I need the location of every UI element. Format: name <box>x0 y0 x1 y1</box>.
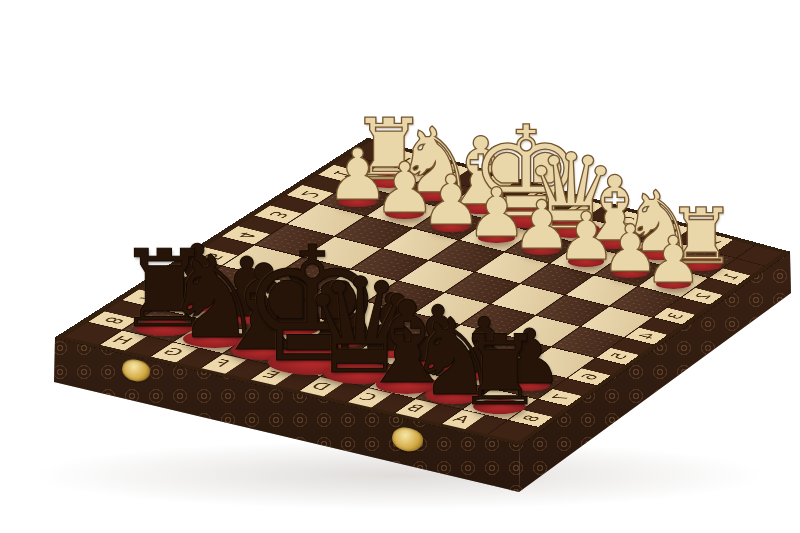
coordinate-label: B <box>403 403 427 414</box>
coordinate-label: 7 <box>548 393 572 402</box>
coordinate-label: G <box>436 167 461 178</box>
coordinate-label: 2 <box>297 189 323 199</box>
coordinate-label: 5 <box>200 251 227 261</box>
coordinate-label: 3 <box>265 210 291 220</box>
coordinate-label: 2 <box>691 292 714 301</box>
coordinate-label: E <box>259 369 283 380</box>
chess-set-photo: HGFEDCBA8877665544332211HGFEDCBA ♜♞♟♝♟♚♟… <box>0 0 800 533</box>
coordinate-label: B <box>659 226 681 236</box>
coordinate-label: H <box>109 335 136 347</box>
coordinate-label: 8 <box>100 316 127 326</box>
coordinate-label: A <box>702 238 723 248</box>
coordinate-label: 6 <box>578 372 602 381</box>
coordinate-label: 5 <box>607 352 630 361</box>
coordinate-label: G <box>160 346 187 358</box>
coordinate-label: 1 <box>719 272 741 281</box>
coordinate-label: D <box>572 203 596 214</box>
coordinate-label: 7 <box>134 294 161 304</box>
coordinate-label: 4 <box>233 230 259 240</box>
coordinate-label: E <box>527 191 549 201</box>
coordinate-label: 8 <box>519 414 543 423</box>
coordinate-label: 4 <box>635 331 658 340</box>
coordinate-label: C <box>356 392 380 403</box>
coordinate-label: C <box>616 215 638 225</box>
coordinate-label: 1 <box>329 169 354 179</box>
coordinate-label: F <box>482 179 503 189</box>
coordinate-label: D <box>308 381 334 392</box>
coordinate-label: 6 <box>167 272 194 282</box>
coordinate-label: 3 <box>663 311 686 320</box>
coordinate-label: A <box>450 414 473 425</box>
coordinate-label: H <box>390 154 415 165</box>
coordinate-label: F <box>210 358 233 369</box>
